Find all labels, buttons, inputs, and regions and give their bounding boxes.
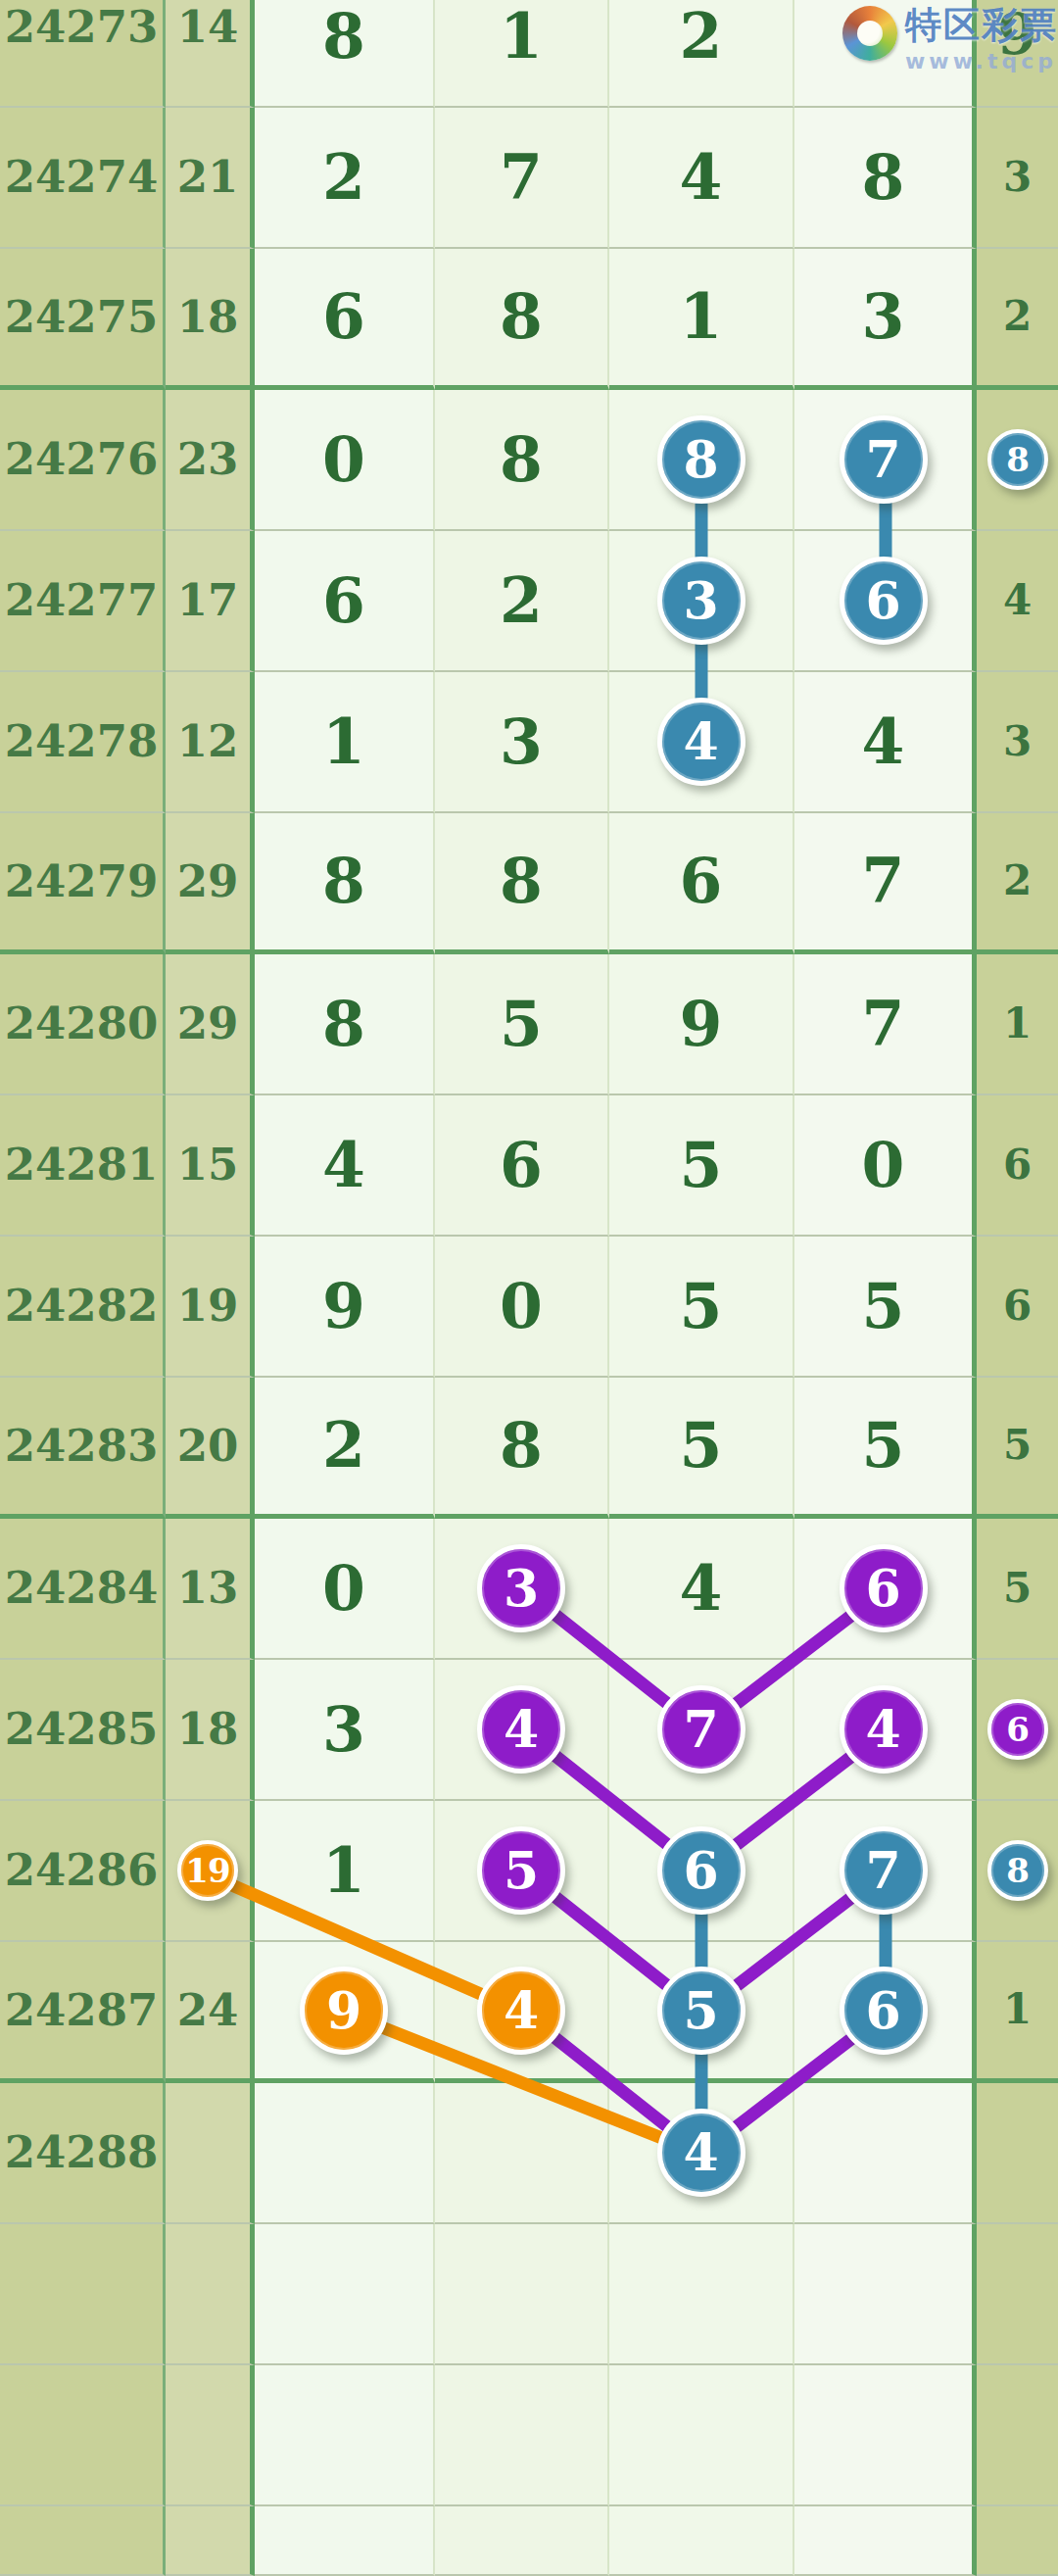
cell-empty17-sum: [166, 2365, 255, 2506]
sum-number: 29: [177, 856, 239, 907]
cell-24285-sum: 18: [166, 1660, 255, 1801]
drawn-digit: 7: [862, 847, 905, 916]
cell-24277-d1: 6: [255, 531, 435, 672]
circled-number-value: 4: [865, 1704, 900, 1755]
sum-number: 19: [177, 1281, 239, 1332]
drawn-digit: 4: [680, 143, 723, 213]
cell-24283-d1: 2: [255, 1378, 435, 1519]
drawn-digit: 8: [322, 2, 365, 72]
period-number: 24286: [5, 1845, 159, 1896]
cell-24274-d1: 2: [255, 108, 435, 249]
cell-24282-period: 24282: [0, 1237, 166, 1378]
circled-number-blue: 5: [657, 1967, 745, 2055]
cell-24274-tail: 3: [977, 108, 1058, 249]
period-number: 24284: [5, 1563, 159, 1614]
period-number: 24276: [5, 434, 159, 485]
circled-number-value: 4: [504, 1985, 539, 2036]
circled-number-blue: 6: [840, 1967, 928, 2055]
circled-number-purple: 4: [840, 1685, 928, 1774]
cell-24287-d3: 5: [609, 1942, 794, 2083]
cell-empty16-period: [0, 2224, 166, 2365]
cell-24285-tail: 6: [977, 1660, 1058, 1801]
cell-24279-d4: 7: [794, 813, 977, 954]
drawn-digit: 0: [322, 1554, 365, 1624]
cell-24286-sum: 19: [166, 1801, 255, 1942]
cell-empty17-tail: [977, 2365, 1058, 2506]
drawn-digit: 4: [680, 1554, 723, 1624]
cell-24287-d4: 6: [794, 1942, 977, 2083]
cell-24284-d4: 6: [794, 1519, 977, 1660]
drawn-digit: 5: [1003, 1422, 1032, 1469]
cell-24280-sum: 29: [166, 954, 255, 1095]
cell-24281-d2: 6: [435, 1095, 609, 1237]
circled-number-blue: 8: [987, 1840, 1048, 1901]
period-number: 24282: [5, 1281, 159, 1332]
circled-number-value: 8: [1006, 1854, 1029, 1887]
cell-24288-d4: [794, 2083, 977, 2224]
cell-24287-d2: 4: [435, 1942, 609, 2083]
cell-24278-d2: 3: [435, 672, 609, 813]
cell-24279-tail: 2: [977, 813, 1058, 954]
cell-24287-period: 24287: [0, 1942, 166, 2083]
drawn-digit: 8: [322, 990, 365, 1059]
cell-empty17-d4: [794, 2365, 977, 2506]
drawn-digit: 1: [1003, 1000, 1032, 1047]
cell-24280-d2: 5: [435, 954, 609, 1095]
cell-empty16-d4: [794, 2224, 977, 2365]
sum-number: 17: [177, 575, 239, 626]
circled-number-orange: 4: [477, 1967, 565, 2055]
drawn-digit: 8: [500, 847, 543, 916]
period-number: 24288: [5, 2127, 159, 2178]
cell-24278-d3: 4: [609, 672, 794, 813]
cell-24273-period: 24273: [0, 0, 166, 108]
cell-24284-sum: 13: [166, 1519, 255, 1660]
cell-24276-period: 24276: [0, 390, 166, 531]
drawn-digit: 1: [680, 282, 723, 352]
period-number: 24273: [5, 2, 159, 53]
cell-24273-d2: 1: [435, 0, 609, 108]
circled-number-value: 4: [504, 1704, 539, 1755]
cell-empty16-tail: [977, 2224, 1058, 2365]
sum-number: 24: [177, 1985, 239, 2036]
circled-number-value: 3: [683, 575, 718, 626]
cell-24274-period: 24274: [0, 108, 166, 249]
drawn-digit: 7: [500, 143, 543, 213]
sum-number: 29: [177, 998, 239, 1049]
drawn-digit: 0: [862, 1131, 905, 1200]
drawn-digit: 6: [1003, 1283, 1032, 1330]
drawn-digit: 5: [862, 1272, 905, 1341]
cell-24288-period: 24288: [0, 2083, 166, 2224]
cell-24287-d1: 9: [255, 1942, 435, 2083]
circled-number-value: 7: [683, 1704, 718, 1755]
cell-24278-d4: 4: [794, 672, 977, 813]
circled-number-value: 8: [683, 434, 718, 485]
cell-empty16-d3: [609, 2224, 794, 2365]
lottery-trend-chart: 2427314812924274212748324275186813224276…: [0, 0, 1058, 2576]
cell-24273-sum: 14: [166, 0, 255, 108]
cell-24281-tail: 6: [977, 1095, 1058, 1237]
drawn-digit: 6: [322, 566, 365, 636]
period-number: 24275: [5, 292, 159, 343]
cell-24278-tail: 3: [977, 672, 1058, 813]
cell-24277-d2: 2: [435, 531, 609, 672]
cell-24285-d1: 3: [255, 1660, 435, 1801]
cell-24275-sum: 18: [166, 249, 255, 390]
drawn-digit: 1: [322, 1836, 365, 1906]
circled-number-value: 6: [1006, 1713, 1029, 1746]
sum-number: 15: [177, 1140, 239, 1191]
drawn-digit: 8: [862, 143, 905, 213]
cell-24288-d3: 4: [609, 2083, 794, 2224]
drawn-digit: 2: [1003, 293, 1032, 340]
cell-empty17-period: [0, 2365, 166, 2506]
cell-24280-period: 24280: [0, 954, 166, 1095]
circled-number-value: 19: [185, 1854, 229, 1887]
circled-number-blue: 3: [657, 557, 745, 645]
cell-24282-tail: 6: [977, 1237, 1058, 1378]
circled-number-value: 6: [865, 575, 900, 626]
site-watermark: 特区彩票网 www.tqcp.net: [842, 6, 1058, 73]
drawn-digit: 2: [322, 143, 365, 213]
sum-number: 21: [177, 152, 239, 203]
cell-24277-d4: 6: [794, 531, 977, 672]
circled-number-blue: 7: [840, 415, 928, 504]
drawn-digit: 1: [500, 2, 543, 72]
cell-24279-d3: 6: [609, 813, 794, 954]
cell-24280-d1: 8: [255, 954, 435, 1095]
drawn-digit: 5: [680, 1131, 723, 1200]
cell-24284-d3: 4: [609, 1519, 794, 1660]
cell-24282-d3: 5: [609, 1237, 794, 1378]
drawn-digit: 3: [322, 1695, 365, 1765]
cell-24286-tail: 8: [977, 1801, 1058, 1942]
drawn-digit: 1: [322, 707, 365, 777]
cell-24287-tail: 1: [977, 1942, 1058, 2083]
cell-24288-d1: [255, 2083, 435, 2224]
cell-24282-d2: 0: [435, 1237, 609, 1378]
circled-number-purple: 7: [657, 1685, 745, 1774]
cell-24288-tail: [977, 2083, 1058, 2224]
drawn-digit: 4: [1003, 577, 1032, 624]
drawn-digit: 9: [322, 1272, 365, 1341]
cell-24279-period: 24279: [0, 813, 166, 954]
drawn-digit: 8: [500, 282, 543, 352]
cell-24288-sum: [166, 2083, 255, 2224]
drawn-digit: 9: [680, 990, 723, 1059]
cell-24283-d3: 5: [609, 1378, 794, 1519]
circled-number-blue: 6: [657, 1826, 745, 1915]
cell-24274-d2: 7: [435, 108, 609, 249]
period-number: 24277: [5, 575, 159, 626]
cell-24275-period: 24275: [0, 249, 166, 390]
period-number: 24281: [5, 1140, 159, 1191]
circled-number-purple: 4: [477, 1685, 565, 1774]
circled-number-value: 5: [683, 1985, 718, 2036]
cell-24286-d4: 7: [794, 1801, 977, 1942]
sum-number: 23: [177, 434, 239, 485]
circled-number-value: 6: [683, 1845, 718, 1896]
circled-number-blue: 8: [987, 429, 1048, 490]
cell-24276-d3: 8: [609, 390, 794, 531]
drawn-digit: 1: [1003, 1986, 1032, 2033]
circled-number-blue: 8: [657, 415, 745, 504]
cell-24284-d1: 0: [255, 1519, 435, 1660]
drawn-digit: 6: [680, 847, 723, 916]
circled-number-purple: 5: [477, 1826, 565, 1915]
cell-24283-period: 24283: [0, 1378, 166, 1519]
circled-number-value: 5: [504, 1845, 539, 1896]
period-number: 24285: [5, 1704, 159, 1755]
drawn-digit: 8: [322, 847, 365, 916]
cell-24281-sum: 15: [166, 1095, 255, 1237]
cell-24280-tail: 1: [977, 954, 1058, 1095]
circled-number-orange: 9: [300, 1967, 388, 2055]
cell-24286-d2: 5: [435, 1801, 609, 1942]
cell-24286-period: 24286: [0, 1801, 166, 1942]
cell-empty18-d1: [255, 2506, 435, 2576]
cell-24278-d1: 1: [255, 672, 435, 813]
site-logo-text: 特区彩票网 www.tqcp.net: [905, 6, 1058, 73]
sum-number: 13: [177, 1563, 239, 1614]
circled-number-value: 6: [865, 1563, 900, 1614]
circled-number-value: 8: [1006, 443, 1029, 476]
drawn-digit: 2: [500, 566, 543, 636]
cell-empty17-d3: [609, 2365, 794, 2506]
cell-24284-tail: 5: [977, 1519, 1058, 1660]
cell-24277-tail: 4: [977, 531, 1058, 672]
circled-number-blue: 4: [657, 2109, 745, 2197]
cell-empty18-d3: [609, 2506, 794, 2576]
drawn-digit: 6: [1003, 1142, 1032, 1189]
cell-empty16-sum: [166, 2224, 255, 2365]
cell-24280-d4: 7: [794, 954, 977, 1095]
circled-number-blue: 4: [657, 698, 745, 786]
drawn-digit: 5: [680, 1411, 723, 1481]
sum-number: 14: [177, 2, 239, 53]
cell-24278-period: 24278: [0, 672, 166, 813]
drawn-digit: 3: [1003, 718, 1032, 765]
drawn-digit: 3: [1003, 154, 1032, 201]
cell-24277-period: 24277: [0, 531, 166, 672]
drawn-digit: 5: [500, 990, 543, 1059]
cell-empty18-sum: [166, 2506, 255, 2576]
period-number: 24274: [5, 152, 159, 203]
site-name: 特区彩票网: [905, 6, 1058, 46]
drawn-digit: 2: [322, 1411, 365, 1481]
drawn-digit: 0: [500, 1272, 543, 1341]
cell-24284-period: 24284: [0, 1519, 166, 1660]
cell-24282-d1: 9: [255, 1237, 435, 1378]
cell-24281-d4: 0: [794, 1095, 977, 1237]
cell-24283-d4: 5: [794, 1378, 977, 1519]
cell-24281-d1: 4: [255, 1095, 435, 1237]
drawn-digit: 0: [322, 425, 365, 495]
cell-24275-d3: 1: [609, 249, 794, 390]
site-logo-icon: [842, 6, 897, 61]
cell-empty16-d1: [255, 2224, 435, 2365]
cell-24276-d2: 8: [435, 390, 609, 531]
cell-empty18-d2: [435, 2506, 609, 2576]
period-number: 24278: [5, 716, 159, 767]
period-number: 24280: [5, 998, 159, 1049]
cell-24283-tail: 5: [977, 1378, 1058, 1519]
trend-grid: 2427314812924274212748324275186813224276…: [0, 0, 1058, 2576]
drawn-digit: 2: [1003, 857, 1032, 904]
cell-24277-d3: 3: [609, 531, 794, 672]
site-url: www.tqcp.net: [905, 49, 1058, 73]
circled-number-orange: 19: [177, 1840, 238, 1901]
cell-24276-d1: 0: [255, 390, 435, 531]
circled-number-value: 4: [683, 716, 718, 767]
cell-24274-sum: 21: [166, 108, 255, 249]
cell-24287-sum: 24: [166, 1942, 255, 2083]
cell-24279-sum: 29: [166, 813, 255, 954]
cell-24276-d4: 7: [794, 390, 977, 531]
circled-number-purple: 6: [840, 1544, 928, 1632]
cell-24283-d2: 8: [435, 1378, 609, 1519]
cell-24286-d3: 6: [609, 1801, 794, 1942]
cell-24282-d4: 5: [794, 1237, 977, 1378]
drawn-digit: 8: [500, 1411, 543, 1481]
drawn-digit: 5: [1003, 1565, 1032, 1612]
drawn-digit: 5: [680, 1272, 723, 1341]
cell-24276-tail: 8: [977, 390, 1058, 531]
circled-number-value: 6: [865, 1985, 900, 2036]
sum-number: 18: [177, 292, 239, 343]
cell-24286-d1: 1: [255, 1801, 435, 1942]
cell-24280-d3: 9: [609, 954, 794, 1095]
cell-24288-d2: [435, 2083, 609, 2224]
cell-24274-d4: 8: [794, 108, 977, 249]
cell-24279-d1: 8: [255, 813, 435, 954]
drawn-digit: 2: [680, 2, 723, 72]
circled-number-purple: 6: [987, 1699, 1048, 1760]
drawn-digit: 4: [862, 707, 905, 777]
cell-empty17-d1: [255, 2365, 435, 2506]
cell-24277-sum: 17: [166, 531, 255, 672]
period-number: 24283: [5, 1421, 159, 1472]
cell-24273-d3: 2: [609, 0, 794, 108]
circled-number-purple: 3: [477, 1544, 565, 1632]
cell-24285-period: 24285: [0, 1660, 166, 1801]
cell-24279-d2: 8: [435, 813, 609, 954]
cell-24273-d1: 8: [255, 0, 435, 108]
drawn-digit: 4: [322, 1131, 365, 1200]
cell-24275-tail: 2: [977, 249, 1058, 390]
circled-number-blue: 6: [840, 557, 928, 645]
circled-number-value: 9: [326, 1985, 361, 2036]
sum-number: 18: [177, 1704, 239, 1755]
cell-empty18-d4: [794, 2506, 977, 2576]
cell-24284-d2: 3: [435, 1519, 609, 1660]
cell-24282-sum: 19: [166, 1237, 255, 1378]
sum-number: 12: [177, 716, 239, 767]
period-number: 24279: [5, 856, 159, 907]
cell-empty18-period: [0, 2506, 166, 2576]
circled-number-value: 3: [504, 1563, 539, 1614]
circled-number-value: 4: [683, 2127, 718, 2178]
cell-24283-sum: 20: [166, 1378, 255, 1519]
cell-empty16-d2: [435, 2224, 609, 2365]
drawn-digit: 5: [862, 1411, 905, 1481]
drawn-digit: 6: [322, 282, 365, 352]
cell-24275-d2: 8: [435, 249, 609, 390]
cell-empty18-tail: [977, 2506, 1058, 2576]
drawn-digit: 7: [862, 990, 905, 1059]
cell-24276-sum: 23: [166, 390, 255, 531]
circled-number-blue: 7: [840, 1826, 928, 1915]
cell-24285-d3: 7: [609, 1660, 794, 1801]
cell-24281-d3: 5: [609, 1095, 794, 1237]
circled-number-value: 7: [865, 1845, 900, 1896]
cell-empty17-d2: [435, 2365, 609, 2506]
cell-24278-sum: 12: [166, 672, 255, 813]
cell-24281-period: 24281: [0, 1095, 166, 1237]
cell-24285-d2: 4: [435, 1660, 609, 1801]
cell-24275-d4: 3: [794, 249, 977, 390]
period-number: 24287: [5, 1985, 159, 2036]
cell-24285-d4: 4: [794, 1660, 977, 1801]
drawn-digit: 3: [862, 282, 905, 352]
cell-24274-d3: 4: [609, 108, 794, 249]
drawn-digit: 6: [500, 1131, 543, 1200]
drawn-digit: 3: [500, 707, 543, 777]
cell-24275-d1: 6: [255, 249, 435, 390]
drawn-digit: 8: [500, 425, 543, 495]
circled-number-value: 7: [865, 434, 900, 485]
sum-number: 20: [177, 1421, 239, 1472]
